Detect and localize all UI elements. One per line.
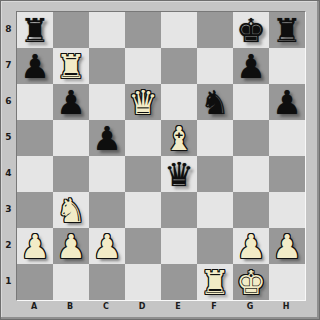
square-g2[interactable]: ♟: [233, 228, 269, 264]
square-c3[interactable]: [89, 192, 125, 228]
square-d7[interactable]: [125, 48, 161, 84]
white-bishop[interactable]: ♝: [164, 122, 194, 155]
square-e6[interactable]: [161, 84, 197, 120]
black-pawn[interactable]: ♟: [20, 50, 50, 83]
square-h8[interactable]: ♜: [269, 12, 305, 48]
square-a4[interactable]: [17, 156, 53, 192]
black-rook[interactable]: ♜: [272, 14, 302, 47]
square-e7[interactable]: [161, 48, 197, 84]
white-queen[interactable]: ♛: [128, 86, 158, 119]
square-f5[interactable]: [197, 120, 233, 156]
rank-label-4: 4: [1, 155, 16, 191]
square-b2[interactable]: ♟: [53, 228, 89, 264]
square-d3[interactable]: [125, 192, 161, 228]
square-e1[interactable]: [161, 264, 197, 300]
white-knight[interactable]: ♞: [56, 194, 86, 227]
rank-label-8: 8: [1, 11, 16, 47]
black-pawn[interactable]: ♟: [272, 86, 302, 119]
square-f2[interactable]: [197, 228, 233, 264]
square-f6[interactable]: ♞: [197, 84, 233, 120]
white-rook[interactable]: ♜: [56, 50, 86, 83]
white-pawn[interactable]: ♟: [92, 230, 122, 263]
file-label-e: E: [160, 300, 196, 314]
black-knight[interactable]: ♞: [200, 86, 230, 119]
square-e4[interactable]: ♛: [161, 156, 197, 192]
square-d1[interactable]: [125, 264, 161, 300]
file-label-c: C: [88, 300, 124, 314]
white-king[interactable]: ♚: [236, 266, 266, 299]
square-g5[interactable]: [233, 120, 269, 156]
square-e8[interactable]: [161, 12, 197, 48]
rank-label-2: 2: [1, 227, 16, 263]
white-pawn[interactable]: ♟: [236, 230, 266, 263]
square-a6[interactable]: [17, 84, 53, 120]
square-c2[interactable]: ♟: [89, 228, 125, 264]
square-c8[interactable]: [89, 12, 125, 48]
square-c5[interactable]: ♟: [89, 120, 125, 156]
square-e2[interactable]: [161, 228, 197, 264]
black-rook[interactable]: ♜: [20, 14, 50, 47]
chess-board-frame: 8 7 6 5 4 3 2 1 ♜♚♜♟♜♟♟♛♞♟♟♝♛♞♟♟♟♟♟♜♚ A …: [0, 0, 320, 320]
square-h4[interactable]: [269, 156, 305, 192]
square-g3[interactable]: [233, 192, 269, 228]
square-b4[interactable]: [53, 156, 89, 192]
white-pawn[interactable]: ♟: [56, 230, 86, 263]
square-a8[interactable]: ♜: [17, 12, 53, 48]
black-pawn[interactable]: ♟: [236, 50, 266, 83]
file-label-d: D: [124, 300, 160, 314]
square-d8[interactable]: [125, 12, 161, 48]
square-g1[interactable]: ♚: [233, 264, 269, 300]
square-d6[interactable]: ♛: [125, 84, 161, 120]
rank-label-7: 7: [1, 47, 16, 83]
square-d5[interactable]: [125, 120, 161, 156]
file-label-g: G: [232, 300, 268, 314]
square-c6[interactable]: [89, 84, 125, 120]
square-f8[interactable]: [197, 12, 233, 48]
square-h7[interactable]: [269, 48, 305, 84]
square-a7[interactable]: ♟: [17, 48, 53, 84]
square-a1[interactable]: [17, 264, 53, 300]
black-pawn[interactable]: ♟: [92, 122, 122, 155]
square-e5[interactable]: ♝: [161, 120, 197, 156]
file-label-a: A: [16, 300, 52, 314]
square-h5[interactable]: [269, 120, 305, 156]
rank-label-1: 1: [1, 263, 16, 299]
square-g6[interactable]: [233, 84, 269, 120]
rank-label-5: 5: [1, 119, 16, 155]
chess-board: ♜♚♜♟♜♟♟♛♞♟♟♝♛♞♟♟♟♟♟♜♚: [16, 11, 306, 301]
rank-label-6: 6: [1, 83, 16, 119]
square-a3[interactable]: [17, 192, 53, 228]
square-b1[interactable]: [53, 264, 89, 300]
square-f4[interactable]: [197, 156, 233, 192]
square-c4[interactable]: [89, 156, 125, 192]
square-g8[interactable]: ♚: [233, 12, 269, 48]
square-h1[interactable]: [269, 264, 305, 300]
square-b8[interactable]: [53, 12, 89, 48]
square-h6[interactable]: ♟: [269, 84, 305, 120]
square-h3[interactable]: [269, 192, 305, 228]
square-a5[interactable]: [17, 120, 53, 156]
file-label-h: H: [268, 300, 304, 314]
square-c1[interactable]: [89, 264, 125, 300]
file-label-f: F: [196, 300, 232, 314]
square-b7[interactable]: ♜: [53, 48, 89, 84]
square-h2[interactable]: ♟: [269, 228, 305, 264]
square-b3[interactable]: ♞: [53, 192, 89, 228]
file-labels: A B C D E F G H: [16, 300, 304, 314]
square-a2[interactable]: ♟: [17, 228, 53, 264]
white-rook[interactable]: ♜: [200, 266, 230, 299]
black-queen[interactable]: ♛: [164, 158, 194, 191]
white-pawn[interactable]: ♟: [272, 230, 302, 263]
square-d2[interactable]: [125, 228, 161, 264]
file-label-b: B: [52, 300, 88, 314]
square-c7[interactable]: [89, 48, 125, 84]
square-f3[interactable]: [197, 192, 233, 228]
square-e3[interactable]: [161, 192, 197, 228]
square-g7[interactable]: ♟: [233, 48, 269, 84]
square-g4[interactable]: [233, 156, 269, 192]
white-pawn[interactable]: ♟: [20, 230, 50, 263]
black-pawn[interactable]: ♟: [56, 86, 86, 119]
square-d4[interactable]: [125, 156, 161, 192]
rank-labels: 8 7 6 5 4 3 2 1: [1, 11, 16, 299]
black-king[interactable]: ♚: [236, 14, 266, 47]
square-b5[interactable]: [53, 120, 89, 156]
square-f1[interactable]: ♜: [197, 264, 233, 300]
rank-label-3: 3: [1, 191, 16, 227]
square-f7[interactable]: [197, 48, 233, 84]
square-b6[interactable]: ♟: [53, 84, 89, 120]
